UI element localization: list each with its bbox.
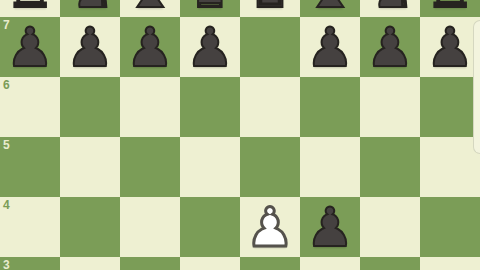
rank-label-3: 3: [3, 258, 10, 270]
square-e7[interactable]: [240, 17, 300, 77]
rank-label-6: 6: [3, 78, 10, 92]
square-b8[interactable]: ♞: [60, 0, 120, 17]
black-pawn-a7[interactable]: ♟: [0, 17, 60, 77]
square-e3[interactable]: [240, 257, 300, 270]
square-h7[interactable]: ♟: [420, 17, 480, 77]
square-g5[interactable]: [360, 137, 420, 197]
square-b4[interactable]: [60, 197, 120, 257]
square-g7[interactable]: ♟: [360, 17, 420, 77]
black-pawn-g7[interactable]: ♟: [360, 17, 420, 77]
white-pawn-e4[interactable]: ♟: [240, 197, 300, 257]
square-c4[interactable]: [120, 197, 180, 257]
black-rook-a8[interactable]: ♜: [0, 0, 60, 17]
square-g3[interactable]: [360, 257, 420, 270]
black-pawn-b7[interactable]: ♟: [60, 17, 120, 77]
chess-board-screen: ♜♞♝♛♚♝♞♜7♟♟♟♟♟♟♟654♟♟3: [0, 0, 480, 270]
square-e8[interactable]: ♚: [240, 0, 300, 17]
black-knight-b8[interactable]: ♞: [60, 0, 120, 17]
rank-label-5: 5: [3, 138, 10, 152]
square-f3[interactable]: [300, 257, 360, 270]
square-e4[interactable]: ♟: [240, 197, 300, 257]
rank-label-4: 4: [3, 198, 10, 212]
square-c3[interactable]: [120, 257, 180, 270]
black-knight-g8[interactable]: ♞: [360, 0, 420, 17]
square-a7[interactable]: 7♟: [0, 17, 60, 77]
black-rook-h8[interactable]: ♜: [420, 0, 480, 17]
square-a6[interactable]: 6: [0, 77, 60, 137]
square-h4[interactable]: [420, 197, 480, 257]
black-bishop-c8[interactable]: ♝: [120, 0, 180, 17]
square-a8[interactable]: ♜: [0, 0, 60, 17]
square-f4[interactable]: ♟: [300, 197, 360, 257]
square-a3[interactable]: 3: [0, 257, 60, 270]
square-c8[interactable]: ♝: [120, 0, 180, 17]
square-c6[interactable]: [120, 77, 180, 137]
square-d7[interactable]: ♟: [180, 17, 240, 77]
square-g4[interactable]: [360, 197, 420, 257]
square-b5[interactable]: [60, 137, 120, 197]
black-pawn-h7[interactable]: ♟: [420, 17, 480, 77]
square-a4[interactable]: 4: [0, 197, 60, 257]
black-bishop-f8[interactable]: ♝: [300, 0, 360, 17]
square-b7[interactable]: ♟: [60, 17, 120, 77]
square-d6[interactable]: [180, 77, 240, 137]
square-d8[interactable]: ♛: [180, 0, 240, 17]
square-a5[interactable]: 5: [0, 137, 60, 197]
chess-board: ♜♞♝♛♚♝♞♜7♟♟♟♟♟♟♟654♟♟3: [0, 0, 480, 270]
square-f5[interactable]: [300, 137, 360, 197]
square-b3[interactable]: [60, 257, 120, 270]
square-e5[interactable]: [240, 137, 300, 197]
square-f6[interactable]: [300, 77, 360, 137]
square-h5[interactable]: [420, 137, 480, 197]
square-h3[interactable]: [420, 257, 480, 270]
square-h6[interactable]: [420, 77, 480, 137]
black-king-e8[interactable]: ♚: [240, 0, 300, 17]
black-pawn-f4[interactable]: ♟: [300, 197, 360, 257]
square-f8[interactable]: ♝: [300, 0, 360, 17]
square-g6[interactable]: [360, 77, 420, 137]
square-d4[interactable]: [180, 197, 240, 257]
side-panel-edge: [473, 20, 480, 154]
square-h8[interactable]: ♜: [420, 0, 480, 17]
square-g8[interactable]: ♞: [360, 0, 420, 17]
square-c5[interactable]: [120, 137, 180, 197]
square-d5[interactable]: [180, 137, 240, 197]
square-c7[interactable]: ♟: [120, 17, 180, 77]
black-pawn-c7[interactable]: ♟: [120, 17, 180, 77]
square-f7[interactable]: ♟: [300, 17, 360, 77]
black-pawn-f7[interactable]: ♟: [300, 17, 360, 77]
black-pawn-d7[interactable]: ♟: [180, 17, 240, 77]
square-b6[interactable]: [60, 77, 120, 137]
square-d3[interactable]: [180, 257, 240, 270]
square-e6[interactable]: [240, 77, 300, 137]
black-queen-d8[interactable]: ♛: [180, 0, 240, 17]
